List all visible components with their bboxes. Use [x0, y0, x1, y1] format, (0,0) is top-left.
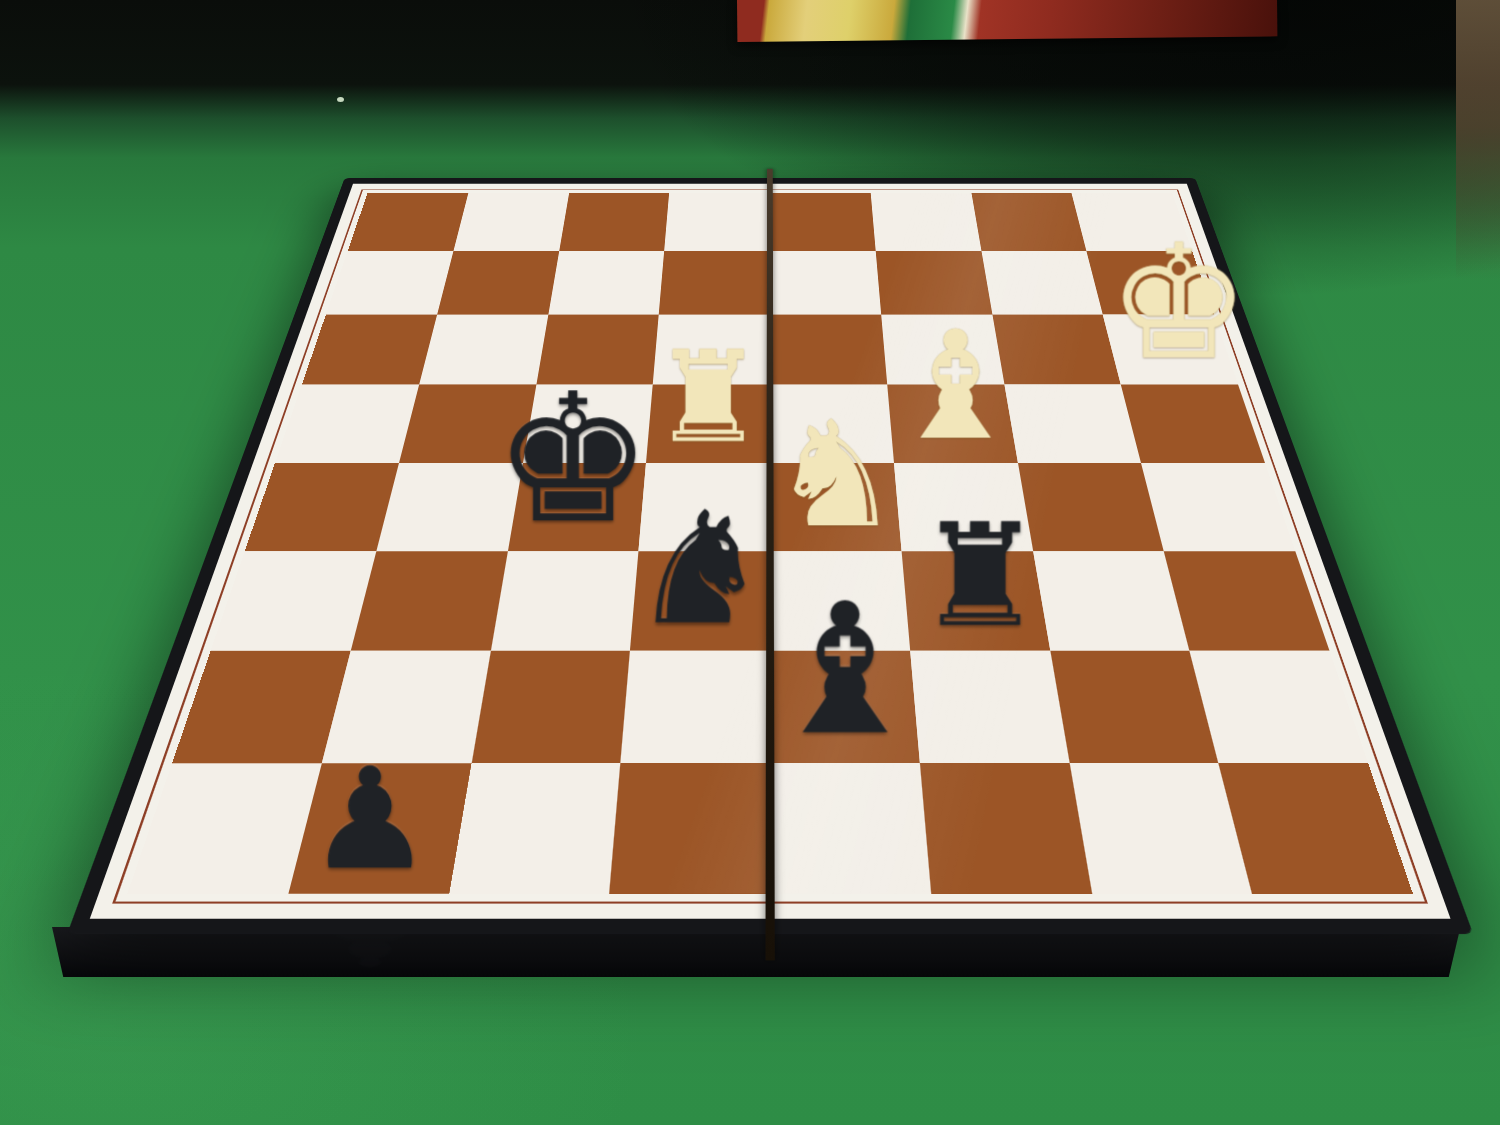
square-c4[interactable]: ♚: [507, 463, 646, 551]
black-pawn-b1[interactable]: ♟: [307, 749, 432, 889]
black-rook-f3[interactable]: ♜: [916, 505, 1043, 647]
square-a8[interactable]: [348, 193, 468, 250]
white-rook-d5[interactable]: ♜: [652, 335, 765, 461]
square-a1[interactable]: [127, 764, 321, 894]
black-bishop-e2[interactable]: ♝: [764, 579, 926, 760]
square-c3[interactable]: [490, 551, 638, 650]
square-a6[interactable]: [302, 314, 437, 384]
square-b3[interactable]: [351, 551, 508, 650]
square-f2[interactable]: [910, 650, 1069, 763]
scene: ♚♜♝♚♞♞♜♝♟: [0, 0, 1500, 1125]
square-e2[interactable]: ♝: [770, 650, 920, 763]
white-king-h6[interactable]: ♚: [1108, 224, 1250, 383]
square-a4[interactable]: [245, 463, 399, 551]
square-a7[interactable]: [326, 251, 453, 314]
square-b7[interactable]: [437, 251, 559, 314]
square-f8[interactable]: [871, 193, 982, 250]
square-h2[interactable]: [1190, 650, 1369, 763]
square-e7[interactable]: [770, 251, 881, 314]
square-d3[interactable]: ♞: [630, 551, 770, 650]
square-g2[interactable]: [1050, 650, 1219, 763]
square-f1[interactable]: [920, 764, 1092, 894]
square-g3[interactable]: [1033, 551, 1190, 650]
square-h3[interactable]: [1164, 551, 1329, 650]
square-e6[interactable]: [770, 314, 887, 384]
square-b8[interactable]: [453, 193, 568, 250]
square-d2[interactable]: [621, 650, 771, 763]
square-a3[interactable]: [211, 551, 376, 650]
square-g8[interactable]: [971, 193, 1086, 250]
square-e1[interactable]: [770, 764, 931, 894]
white-bishop-f5[interactable]: ♝: [888, 311, 1022, 461]
square-c7[interactable]: [548, 251, 664, 314]
square-h4[interactable]: [1141, 463, 1295, 551]
square-e8[interactable]: [770, 193, 876, 250]
square-a5[interactable]: [275, 385, 419, 463]
square-c1[interactable]: [449, 764, 621, 894]
square-e4[interactable]: ♞: [770, 463, 901, 551]
square-d8[interactable]: [664, 193, 770, 250]
square-d5[interactable]: ♜: [646, 385, 770, 463]
board-margin: ♚♜♝♚♞♞♜♝♟: [90, 184, 1451, 919]
square-h6[interactable]: ♚: [1103, 314, 1238, 384]
black-knight-d3[interactable]: ♞: [631, 491, 770, 647]
square-d1[interactable]: [609, 764, 770, 894]
square-h1[interactable]: [1219, 764, 1413, 894]
square-h5[interactable]: [1121, 385, 1265, 463]
white-knight-e4[interactable]: ♞: [770, 402, 901, 548]
square-d7[interactable]: [659, 251, 770, 314]
square-g5[interactable]: [1004, 385, 1141, 463]
square-c8[interactable]: [559, 193, 669, 250]
square-c2[interactable]: [471, 650, 630, 763]
square-f5[interactable]: ♝: [887, 385, 1018, 463]
square-b1[interactable]: ♟: [288, 764, 471, 894]
black-king-c4[interactable]: ♚: [494, 370, 653, 548]
chess-board: ♚♜♝♚♞♞♜♝♟: [67, 178, 1473, 934]
